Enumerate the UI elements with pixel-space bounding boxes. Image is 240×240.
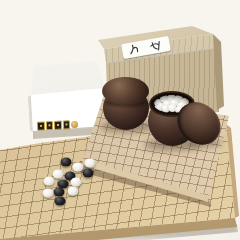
photo-vignette [0,0,240,240]
go-set-photo [0,0,240,240]
